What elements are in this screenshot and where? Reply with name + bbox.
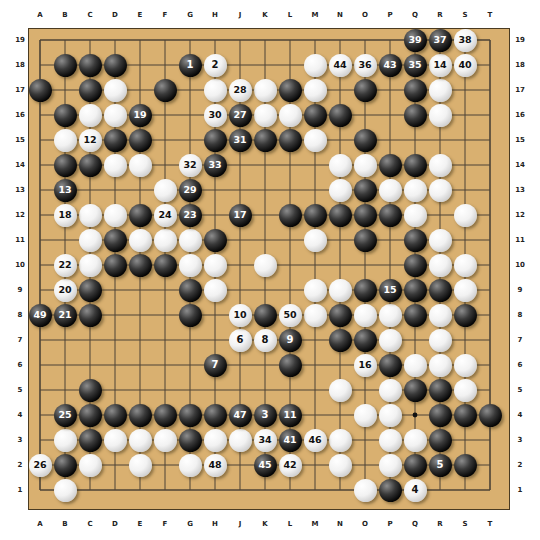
black-stone-C18[interactable] — [79, 54, 102, 77]
point-C16 — [78, 103, 103, 128]
coord-label-left-17: 17 — [15, 86, 25, 94]
white-stone-R7[interactable] — [429, 329, 452, 352]
white-stone-S18[interactable]: 40 — [454, 54, 477, 77]
move-number: 12 — [83, 135, 96, 145]
black-stone-Q10[interactable] — [404, 254, 427, 277]
black-stone-F4[interactable] — [154, 404, 177, 427]
point-S10 — [453, 253, 478, 278]
black-stone-P18[interactable]: 43 — [379, 54, 402, 77]
white-stone-C12[interactable] — [79, 204, 102, 227]
point-D11 — [103, 228, 128, 253]
black-stone-E15[interactable] — [129, 129, 152, 152]
black-stone-R9[interactable] — [429, 279, 452, 302]
move-number: 49 — [33, 310, 46, 320]
point-G4 — [178, 403, 203, 428]
white-stone-J7[interactable]: 6 — [229, 329, 252, 352]
black-stone-S4[interactable] — [454, 404, 477, 427]
coord-label-left-1: 1 — [18, 486, 23, 494]
coord-label-left-10: 10 — [15, 261, 25, 269]
black-stone-B4[interactable]: 25 — [54, 404, 77, 427]
point-P8 — [378, 303, 403, 328]
point-R3 — [428, 428, 453, 453]
black-stone-O13[interactable] — [354, 179, 377, 202]
white-stone-S5[interactable] — [454, 379, 477, 402]
white-stone-K10[interactable] — [254, 254, 277, 277]
black-stone-N12[interactable] — [329, 204, 352, 227]
coord-label-bottom-O: O — [362, 520, 368, 528]
point-D17 — [103, 78, 128, 103]
black-stone-B14[interactable] — [54, 154, 77, 177]
white-stone-M3[interactable]: 46 — [304, 429, 327, 452]
black-stone-Q5[interactable] — [404, 379, 427, 402]
white-stone-P4[interactable] — [379, 404, 402, 427]
coord-label-left-11: 11 — [15, 236, 25, 244]
black-stone-O11[interactable] — [354, 229, 377, 252]
coord-label-right-6: 6 — [518, 361, 523, 369]
move-number: 32 — [183, 160, 196, 170]
coord-label-top-A: A — [37, 11, 42, 19]
coord-label-bottom-F: F — [163, 520, 168, 528]
point-E15 — [128, 128, 153, 153]
black-stone-C3[interactable] — [79, 429, 102, 452]
point-C12 — [78, 203, 103, 228]
white-stone-P2[interactable] — [379, 454, 402, 477]
white-stone-A2[interactable]: 26 — [29, 454, 52, 477]
point-S6 — [453, 353, 478, 378]
white-stone-D12[interactable] — [104, 204, 127, 227]
black-stone-R19[interactable]: 37 — [429, 29, 452, 52]
point-E12 — [128, 203, 153, 228]
point-D3 — [103, 428, 128, 453]
black-stone-D4[interactable] — [104, 404, 127, 427]
black-stone-T4[interactable] — [479, 404, 502, 427]
black-stone-G13[interactable]: 29 — [179, 179, 202, 202]
black-stone-L3[interactable]: 41 — [279, 429, 302, 452]
white-stone-S19[interactable]: 38 — [454, 29, 477, 52]
black-stone-L12[interactable] — [279, 204, 302, 227]
white-stone-K16[interactable] — [254, 104, 277, 127]
coord-label-bottom-T: T — [488, 520, 493, 528]
point-Q16 — [403, 103, 428, 128]
white-stone-N18[interactable]: 44 — [329, 54, 352, 77]
white-stone-R16[interactable] — [429, 104, 452, 127]
point-P7 — [378, 328, 403, 353]
black-stone-P1[interactable] — [379, 479, 402, 502]
white-stone-M9[interactable] — [304, 279, 327, 302]
white-stone-Q3[interactable] — [404, 429, 427, 452]
coord-label-top-G: G — [187, 11, 193, 19]
point-O11 — [353, 228, 378, 253]
black-stone-N16[interactable] — [329, 104, 352, 127]
black-stone-J15[interactable]: 31 — [229, 129, 252, 152]
black-stone-L4[interactable]: 11 — [279, 404, 302, 427]
point-G11 — [178, 228, 203, 253]
white-stone-N14[interactable] — [329, 154, 352, 177]
white-stone-F12[interactable]: 24 — [154, 204, 177, 227]
white-stone-C15[interactable]: 12 — [79, 129, 102, 152]
white-stone-Q1[interactable]: 4 — [404, 479, 427, 502]
point-C4 — [78, 403, 103, 428]
black-stone-O17[interactable] — [354, 79, 377, 102]
point-N5 — [328, 378, 353, 403]
black-stone-R4[interactable] — [429, 404, 452, 427]
point-S2 — [453, 453, 478, 478]
white-stone-R18[interactable]: 14 — [429, 54, 452, 77]
move-number: 33 — [208, 160, 221, 170]
white-stone-M8[interactable] — [304, 304, 327, 327]
point-O14 — [353, 153, 378, 178]
coord-label-right-13: 13 — [515, 186, 525, 194]
point-Q9 — [403, 278, 428, 303]
black-stone-H14[interactable]: 33 — [204, 154, 227, 177]
black-stone-K8[interactable] — [254, 304, 277, 327]
point-H3 — [203, 428, 228, 453]
black-stone-C9[interactable] — [79, 279, 102, 302]
white-stone-L2[interactable]: 42 — [279, 454, 302, 477]
black-stone-M12[interactable] — [304, 204, 327, 227]
coord-label-top-K: K — [262, 11, 267, 19]
point-B3 — [53, 428, 78, 453]
coord-label-bottom-Q: Q — [412, 520, 418, 528]
black-stone-B2[interactable] — [54, 454, 77, 477]
move-number: 21 — [58, 310, 71, 320]
white-stone-S12[interactable] — [454, 204, 477, 227]
point-D10 — [103, 253, 128, 278]
black-stone-K2[interactable]: 45 — [254, 454, 277, 477]
point-Q13 — [403, 178, 428, 203]
white-stone-D3[interactable] — [104, 429, 127, 452]
coord-label-top-Q: Q — [412, 11, 418, 19]
white-stone-Q6[interactable] — [404, 354, 427, 377]
coord-label-bottom-E: E — [138, 520, 143, 528]
white-stone-O14[interactable] — [354, 154, 377, 177]
white-stone-R13[interactable] — [429, 179, 452, 202]
white-stone-F13[interactable] — [154, 179, 177, 202]
white-stone-D16[interactable] — [104, 104, 127, 127]
point-G18: 1 — [178, 53, 203, 78]
black-stone-Q2[interactable] — [404, 454, 427, 477]
point-S4 — [453, 403, 478, 428]
white-stone-E11[interactable] — [129, 229, 152, 252]
white-stone-N2[interactable] — [329, 454, 352, 477]
black-stone-G12[interactable]: 23 — [179, 204, 202, 227]
white-stone-N9[interactable] — [329, 279, 352, 302]
point-L7: 9 — [278, 328, 303, 353]
white-stone-R17[interactable] — [429, 79, 452, 102]
white-stone-P7[interactable] — [379, 329, 402, 352]
point-J7: 6 — [228, 328, 253, 353]
black-stone-L6[interactable] — [279, 354, 302, 377]
point-F17 — [153, 78, 178, 103]
white-stone-M17[interactable] — [304, 79, 327, 102]
point-E4 — [128, 403, 153, 428]
move-number: 47 — [233, 410, 246, 420]
point-E11 — [128, 228, 153, 253]
black-stone-Q19[interactable]: 39 — [404, 29, 427, 52]
point-L16 — [278, 103, 303, 128]
white-stone-R8[interactable] — [429, 304, 452, 327]
point-D18 — [103, 53, 128, 78]
black-stone-D18[interactable] — [104, 54, 127, 77]
white-stone-C2[interactable] — [79, 454, 102, 477]
white-stone-P3[interactable] — [379, 429, 402, 452]
coord-label-bottom-L: L — [288, 520, 292, 528]
point-N8 — [328, 303, 353, 328]
black-stone-H6[interactable]: 7 — [204, 354, 227, 377]
point-F11 — [153, 228, 178, 253]
coord-label-right-2: 2 — [518, 461, 523, 469]
black-stone-Q16[interactable] — [404, 104, 427, 127]
black-stone-O12[interactable] — [354, 204, 377, 227]
white-stone-N5[interactable] — [329, 379, 352, 402]
black-stone-R3[interactable] — [429, 429, 452, 452]
black-stone-J16[interactable]: 27 — [229, 104, 252, 127]
black-stone-E12[interactable] — [129, 204, 152, 227]
move-number: 24 — [158, 210, 171, 220]
black-stone-J12[interactable]: 17 — [229, 204, 252, 227]
point-L17 — [278, 78, 303, 103]
black-stone-K15[interactable] — [254, 129, 277, 152]
white-stone-B10[interactable]: 22 — [54, 254, 77, 277]
coord-label-bottom-D: D — [112, 520, 118, 528]
white-stone-G2[interactable] — [179, 454, 202, 477]
black-stone-P6[interactable] — [379, 354, 402, 377]
white-stone-L8[interactable]: 50 — [279, 304, 302, 327]
black-stone-Q18[interactable]: 35 — [404, 54, 427, 77]
move-number: 28 — [233, 85, 246, 95]
point-Q3 — [403, 428, 428, 453]
move-number: 41 — [283, 435, 296, 445]
white-stone-H18[interactable]: 2 — [204, 54, 227, 77]
black-stone-R5[interactable] — [429, 379, 452, 402]
point-R16 — [428, 103, 453, 128]
point-G14: 32 — [178, 153, 203, 178]
black-stone-S8[interactable] — [454, 304, 477, 327]
point-G13: 29 — [178, 178, 203, 203]
white-stone-G14[interactable]: 32 — [179, 154, 202, 177]
move-number: 9 — [287, 335, 294, 345]
point-P5 — [378, 378, 403, 403]
black-stone-P9[interactable]: 15 — [379, 279, 402, 302]
move-number: 23 — [183, 210, 196, 220]
white-stone-H3[interactable] — [204, 429, 227, 452]
white-stone-S9[interactable] — [454, 279, 477, 302]
white-stone-P13[interactable] — [379, 179, 402, 202]
move-number: 6 — [237, 335, 244, 345]
black-stone-O15[interactable] — [354, 129, 377, 152]
white-stone-O1[interactable] — [354, 479, 377, 502]
black-stone-Q17[interactable] — [404, 79, 427, 102]
black-stone-G8[interactable] — [179, 304, 202, 327]
black-stone-F10[interactable] — [154, 254, 177, 277]
white-stone-H17[interactable] — [204, 79, 227, 102]
white-stone-G11[interactable] — [179, 229, 202, 252]
white-stone-E3[interactable] — [129, 429, 152, 452]
point-S8 — [453, 303, 478, 328]
black-stone-D15[interactable] — [104, 129, 127, 152]
white-stone-Q13[interactable] — [404, 179, 427, 202]
white-stone-Q12[interactable] — [404, 204, 427, 227]
white-stone-M18[interactable] — [304, 54, 327, 77]
point-G10 — [178, 253, 203, 278]
black-stone-C5[interactable] — [79, 379, 102, 402]
point-P1 — [378, 478, 403, 503]
white-stone-C10[interactable] — [79, 254, 102, 277]
black-stone-N8[interactable] — [329, 304, 352, 327]
coord-label-top-L: L — [288, 11, 292, 19]
white-stone-B9[interactable]: 20 — [54, 279, 77, 302]
black-stone-G3[interactable] — [179, 429, 202, 452]
move-number: 43 — [383, 60, 396, 70]
black-stone-Q11[interactable] — [404, 229, 427, 252]
black-stone-Q14[interactable] — [404, 154, 427, 177]
coord-label-top-H: H — [212, 11, 218, 19]
white-stone-M11[interactable] — [304, 229, 327, 252]
black-stone-B8[interactable]: 21 — [54, 304, 77, 327]
point-J4: 47 — [228, 403, 253, 428]
black-stone-F17[interactable] — [154, 79, 177, 102]
point-H16: 30 — [203, 103, 228, 128]
black-stone-O7[interactable] — [354, 329, 377, 352]
black-stone-S2[interactable] — [454, 454, 477, 477]
point-F13 — [153, 178, 178, 203]
black-stone-K4[interactable]: 3 — [254, 404, 277, 427]
black-stone-H4[interactable] — [204, 404, 227, 427]
white-stone-D17[interactable] — [104, 79, 127, 102]
white-stone-E14[interactable] — [129, 154, 152, 177]
black-stone-H11[interactable] — [204, 229, 227, 252]
black-stone-L17[interactable] — [279, 79, 302, 102]
point-J3 — [228, 428, 253, 453]
white-stone-K17[interactable] — [254, 79, 277, 102]
black-stone-O9[interactable] — [354, 279, 377, 302]
white-stone-B12[interactable]: 18 — [54, 204, 77, 227]
white-stone-J17[interactable]: 28 — [229, 79, 252, 102]
black-stone-P14[interactable] — [379, 154, 402, 177]
point-M3: 46 — [303, 428, 328, 453]
white-stone-H16[interactable]: 30 — [204, 104, 227, 127]
white-stone-O8[interactable] — [354, 304, 377, 327]
black-stone-G9[interactable] — [179, 279, 202, 302]
black-stone-D11[interactable] — [104, 229, 127, 252]
point-S9 — [453, 278, 478, 303]
black-stone-N7[interactable] — [329, 329, 352, 352]
black-stone-E10[interactable] — [129, 254, 152, 277]
white-stone-H10[interactable] — [204, 254, 227, 277]
black-stone-A8[interactable]: 49 — [29, 304, 52, 327]
black-stone-H15[interactable] — [204, 129, 227, 152]
white-stone-J3[interactable] — [229, 429, 252, 452]
black-stone-C4[interactable] — [79, 404, 102, 427]
white-stone-O6[interactable]: 16 — [354, 354, 377, 377]
black-stone-G4[interactable] — [179, 404, 202, 427]
point-L12 — [278, 203, 303, 228]
white-stone-H9[interactable] — [204, 279, 227, 302]
white-stone-R14[interactable] — [429, 154, 452, 177]
point-M12 — [303, 203, 328, 228]
black-stone-J4[interactable]: 47 — [229, 404, 252, 427]
coord-label-left-9: 9 — [18, 286, 23, 294]
coord-label-top-D: D — [112, 11, 118, 19]
black-stone-G18[interactable]: 1 — [179, 54, 202, 77]
white-stone-J8[interactable]: 10 — [229, 304, 252, 327]
black-stone-C14[interactable] — [79, 154, 102, 177]
white-stone-R10[interactable] — [429, 254, 452, 277]
white-stone-O18[interactable]: 36 — [354, 54, 377, 77]
black-stone-Q9[interactable] — [404, 279, 427, 302]
white-stone-G10[interactable] — [179, 254, 202, 277]
white-stone-N13[interactable] — [329, 179, 352, 202]
white-stone-R6[interactable] — [429, 354, 452, 377]
black-stone-C8[interactable] — [79, 304, 102, 327]
white-stone-F3[interactable] — [154, 429, 177, 452]
point-D16 — [103, 103, 128, 128]
black-stone-E4[interactable] — [129, 404, 152, 427]
black-stone-C17[interactable] — [79, 79, 102, 102]
black-stone-L15[interactable] — [279, 129, 302, 152]
black-stone-M16[interactable] — [304, 104, 327, 127]
point-T4 — [478, 403, 503, 428]
white-stone-K7[interactable]: 8 — [254, 329, 277, 352]
white-stone-E2[interactable] — [129, 454, 152, 477]
black-stone-B16[interactable] — [54, 104, 77, 127]
white-stone-B1[interactable] — [54, 479, 77, 502]
white-stone-K3[interactable]: 34 — [254, 429, 277, 452]
white-stone-M15[interactable] — [304, 129, 327, 152]
white-stone-C16[interactable] — [79, 104, 102, 127]
point-N3 — [328, 428, 353, 453]
white-stone-N3[interactable] — [329, 429, 352, 452]
point-D4 — [103, 403, 128, 428]
black-stone-D10[interactable] — [104, 254, 127, 277]
point-S5 — [453, 378, 478, 403]
black-stone-B18[interactable] — [54, 54, 77, 77]
white-stone-B15[interactable] — [54, 129, 77, 152]
white-stone-P8[interactable] — [379, 304, 402, 327]
coord-label-right-4: 4 — [518, 411, 523, 419]
coord-label-left-13: 13 — [15, 186, 25, 194]
point-R13 — [428, 178, 453, 203]
black-stone-A17[interactable] — [29, 79, 52, 102]
white-stone-C11[interactable] — [79, 229, 102, 252]
point-H6: 7 — [203, 353, 228, 378]
black-stone-P12[interactable] — [379, 204, 402, 227]
black-stone-R2[interactable]: 5 — [429, 454, 452, 477]
black-stone-L7[interactable]: 9 — [279, 329, 302, 352]
white-stone-S10[interactable] — [454, 254, 477, 277]
coord-label-right-16: 16 — [515, 111, 525, 119]
white-stone-D14[interactable] — [104, 154, 127, 177]
coord-label-right-18: 18 — [515, 61, 525, 69]
black-stone-E16[interactable]: 19 — [129, 104, 152, 127]
white-stone-F11[interactable] — [154, 229, 177, 252]
white-stone-P5[interactable] — [379, 379, 402, 402]
white-stone-R11[interactable] — [429, 229, 452, 252]
move-number: 30 — [208, 110, 221, 120]
point-L2: 42 — [278, 453, 303, 478]
coord-label-bottom-H: H — [212, 520, 218, 528]
point-P2 — [378, 453, 403, 478]
white-stone-H2[interactable]: 48 — [204, 454, 227, 477]
point-O15 — [353, 128, 378, 153]
white-stone-O4[interactable] — [354, 404, 377, 427]
coord-label-bottom-R: R — [437, 520, 442, 528]
white-stone-S6[interactable] — [454, 354, 477, 377]
black-stone-Q8[interactable] — [404, 304, 427, 327]
black-stone-B13[interactable]: 13 — [54, 179, 77, 202]
white-stone-L16[interactable] — [279, 104, 302, 127]
white-stone-B3[interactable] — [54, 429, 77, 452]
